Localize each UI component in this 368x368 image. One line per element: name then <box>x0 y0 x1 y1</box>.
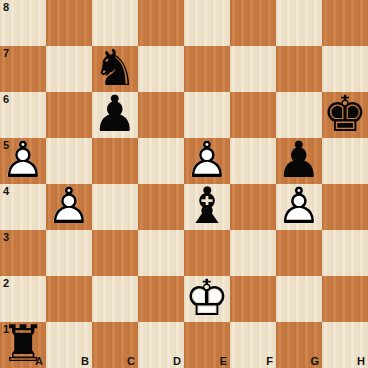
file-label-c: C <box>127 355 135 367</box>
file-label-h: H <box>357 355 365 367</box>
square-a8[interactable]: 8 <box>0 0 46 46</box>
square-d1[interactable]: D <box>138 322 184 368</box>
piece-black-knight[interactable]: ♞ <box>92 46 138 92</box>
square-a6[interactable]: 6 <box>0 92 46 138</box>
file-label-e: E <box>220 355 227 367</box>
square-e7[interactable] <box>184 46 230 92</box>
square-f2[interactable] <box>230 276 276 322</box>
piece-white-king[interactable]: ♚♔ <box>184 276 230 322</box>
square-h5[interactable] <box>322 138 368 184</box>
square-g6[interactable] <box>276 92 322 138</box>
rank-label-7: 7 <box>3 47 9 59</box>
square-d7[interactable] <box>138 46 184 92</box>
square-c6[interactable]: ♟ <box>92 92 138 138</box>
square-g4[interactable]: ♟♙ <box>276 184 322 230</box>
square-d4[interactable] <box>138 184 184 230</box>
square-e6[interactable] <box>184 92 230 138</box>
rank-label-3: 3 <box>3 231 9 243</box>
square-c2[interactable] <box>92 276 138 322</box>
square-e3[interactable] <box>184 230 230 276</box>
piece-black-bishop[interactable]: ♝ <box>184 184 230 230</box>
square-a7[interactable]: 7 <box>0 46 46 92</box>
square-d3[interactable] <box>138 230 184 276</box>
rank-label-4: 4 <box>3 185 9 197</box>
chessboard: 87♞6♟♚5♟♙♟♙♟4♟♙♝♟♙32♚♔1A♜BCDEFGH <box>0 0 368 368</box>
square-h1[interactable]: H <box>322 322 368 368</box>
black-king-glyph: ♚ <box>323 89 368 139</box>
piece-white-pawn[interactable]: ♟♙ <box>276 184 322 230</box>
square-b7[interactable] <box>46 46 92 92</box>
square-c4[interactable] <box>92 184 138 230</box>
square-d6[interactable] <box>138 92 184 138</box>
rank-label-8: 8 <box>3 1 9 13</box>
square-h7[interactable] <box>322 46 368 92</box>
black-pawn-glyph: ♟ <box>93 89 138 139</box>
file-label-d: D <box>173 355 181 367</box>
square-c1[interactable]: C <box>92 322 138 368</box>
square-f4[interactable] <box>230 184 276 230</box>
square-b8[interactable] <box>46 0 92 46</box>
white-pawn-glyph-outline: ♙ <box>47 181 92 231</box>
square-b6[interactable] <box>46 92 92 138</box>
square-h3[interactable] <box>322 230 368 276</box>
square-a1[interactable]: 1A♜ <box>0 322 46 368</box>
square-b2[interactable] <box>46 276 92 322</box>
white-pawn-glyph-fill: ♟ <box>47 181 92 231</box>
square-d2[interactable] <box>138 276 184 322</box>
square-g1[interactable]: G <box>276 322 322 368</box>
white-pawn-glyph-fill: ♟ <box>185 135 230 185</box>
square-e8[interactable] <box>184 0 230 46</box>
square-g2[interactable] <box>276 276 322 322</box>
square-c5[interactable] <box>92 138 138 184</box>
black-knight-glyph: ♞ <box>93 43 138 93</box>
rank-label-6: 6 <box>3 93 9 105</box>
piece-white-pawn[interactable]: ♟♙ <box>46 184 92 230</box>
square-e5[interactable]: ♟♙ <box>184 138 230 184</box>
square-h6[interactable]: ♚ <box>322 92 368 138</box>
square-f7[interactable] <box>230 46 276 92</box>
square-f5[interactable] <box>230 138 276 184</box>
square-a4[interactable]: 4 <box>0 184 46 230</box>
square-c7[interactable]: ♞ <box>92 46 138 92</box>
piece-black-pawn[interactable]: ♟ <box>92 92 138 138</box>
piece-black-pawn[interactable]: ♟ <box>276 138 322 184</box>
square-b5[interactable] <box>46 138 92 184</box>
square-h8[interactable] <box>322 0 368 46</box>
file-label-f: F <box>266 355 273 367</box>
square-g7[interactable] <box>276 46 322 92</box>
piece-white-pawn[interactable]: ♟♙ <box>184 138 230 184</box>
square-f3[interactable] <box>230 230 276 276</box>
square-e2[interactable]: ♚♔ <box>184 276 230 322</box>
piece-black-king[interactable]: ♚ <box>322 92 368 138</box>
square-c8[interactable] <box>92 0 138 46</box>
square-h4[interactable] <box>322 184 368 230</box>
square-e1[interactable]: E <box>184 322 230 368</box>
square-d5[interactable] <box>138 138 184 184</box>
file-label-b: B <box>81 355 89 367</box>
white-pawn-glyph-fill: ♟ <box>277 181 322 231</box>
white-king-glyph-outline: ♔ <box>185 273 230 323</box>
file-label-g: G <box>310 355 319 367</box>
white-pawn-glyph-outline: ♙ <box>277 181 322 231</box>
square-h2[interactable] <box>322 276 368 322</box>
square-a3[interactable]: 3 <box>0 230 46 276</box>
square-b1[interactable]: B <box>46 322 92 368</box>
rank-label-1: 1 <box>3 323 9 335</box>
square-c3[interactable] <box>92 230 138 276</box>
square-e4[interactable]: ♝ <box>184 184 230 230</box>
square-g8[interactable] <box>276 0 322 46</box>
white-pawn-glyph-outline: ♙ <box>185 135 230 185</box>
square-f1[interactable]: F <box>230 322 276 368</box>
square-f8[interactable] <box>230 0 276 46</box>
black-pawn-glyph: ♟ <box>277 135 322 185</box>
rank-label-5: 5 <box>3 139 9 151</box>
file-label-a: A <box>35 355 43 367</box>
square-g5[interactable]: ♟ <box>276 138 322 184</box>
square-a5[interactable]: 5♟♙ <box>0 138 46 184</box>
square-d8[interactable] <box>138 0 184 46</box>
square-b3[interactable] <box>46 230 92 276</box>
board-wrap: 87♞6♟♚5♟♙♟♙♟4♟♙♝♟♙32♚♔1A♜BCDEFGH <box>0 0 368 368</box>
white-king-glyph-fill: ♚ <box>185 273 230 323</box>
square-f6[interactable] <box>230 92 276 138</box>
square-b4[interactable]: ♟♙ <box>46 184 92 230</box>
square-a2[interactable]: 2 <box>0 276 46 322</box>
rank-label-2: 2 <box>3 277 9 289</box>
square-g3[interactable] <box>276 230 322 276</box>
black-bishop-glyph: ♝ <box>185 181 230 231</box>
